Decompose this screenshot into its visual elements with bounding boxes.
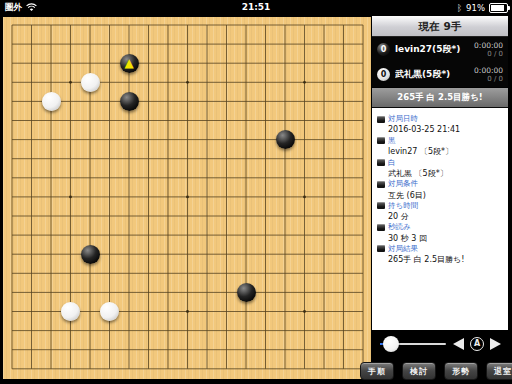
info-value: 30 秒 3 回 [377,233,506,244]
info-value: 武礼黒 〔5段*〕 [377,168,506,179]
info-label: 黒 [377,136,506,147]
white-player-periods: 0 / 0 [474,75,503,83]
black-stone: ▲ [120,54,139,73]
info-label: 白 [377,157,506,168]
bluetooth-icon: ᛒ [457,3,462,13]
section-icon [377,245,385,252]
section-icon [377,202,385,209]
white-player-clock: 0:00:00 [474,66,503,75]
black-stone [276,130,295,149]
battery-percent: 91% [466,3,485,13]
player-row-white: 0 武礼黒(5段*) 0:00:00 0 / 0 [372,62,508,87]
black-player-periods: 0 / 0 [474,50,503,58]
black-stone [237,283,256,302]
info-label: 対局結果 [377,244,506,255]
section-icon [377,116,385,123]
action-button-row: 手順検討形勢退室 [372,358,508,384]
info-value: 265手 白 2.5目勝ち! [377,254,506,265]
next-move-icon[interactable] [490,338,501,350]
previous-move-icon[interactable] [453,338,464,350]
info-value: 互先 (6目) [377,190,506,201]
section-icon [377,224,385,231]
slider-knob[interactable] [383,336,399,352]
white-player-name: 武礼黒(5段*) [395,68,469,81]
white-stone [42,92,61,111]
status-bar: 圏外 21:51 ᛒ 91% [0,0,512,15]
black-stone [120,92,139,111]
section-icon [377,159,385,166]
section-icon [377,181,385,188]
black-stone [81,245,100,264]
go-app-window: 圏外 21:51 ᛒ 91% ▲ 現在 9手 0 levin27(5 [0,0,512,384]
move-slider[interactable] [380,336,447,352]
go-board[interactable]: ▲ [3,17,371,379]
white-stone [81,73,100,92]
black-stone-capture-icon: 0 [377,43,390,56]
section-icon [377,137,385,144]
info-label: 持ち時間 [377,200,506,211]
player-panel: 0 levin27(5段*) 0:00:00 0 / 0 0 武礼黒(5段*) … [372,37,508,87]
info-label: 対局日時 [377,114,506,125]
info-value: levin27 〔5段*〕 [377,146,506,157]
result-banner: 265手 白 2.5目勝ち! [372,87,508,108]
info-value: 2016-03-25 21:41 [377,125,506,136]
move-counter-title: 現在 9手 [372,16,508,37]
evaluation-button[interactable]: 形勢 [444,362,478,380]
moves-button[interactable]: 手順 [360,362,394,380]
last-move-triangle-marker: ▲ [120,54,139,73]
leave-button[interactable]: 退室 [486,362,512,380]
playback-controls: A [372,330,508,358]
white-stone [61,302,80,321]
black-player-name: levin27(5段*) [395,43,469,56]
clock: 21:51 [0,2,512,12]
info-label: 秒読み [377,222,506,233]
battery-icon [489,3,508,13]
game-info-list: 対局日時2016-03-25 21:41黒levin27 〔5段*〕白武礼黒 〔… [372,108,508,330]
sidebar: 現在 9手 0 levin27(5段*) 0:00:00 0 / 0 0 武礼黒… [372,16,508,384]
player-row-black: 0 levin27(5段*) 0:00:00 0 / 0 [372,37,508,62]
info-label: 対局条件 [377,179,506,190]
auto-play-icon[interactable]: A [470,337,484,351]
review-button[interactable]: 検討 [402,362,436,380]
black-player-clock: 0:00:00 [474,41,503,50]
white-stone [100,302,119,321]
board-grid [3,17,371,379]
info-value: 20 分 [377,211,506,222]
white-stone-capture-icon: 0 [377,68,390,81]
